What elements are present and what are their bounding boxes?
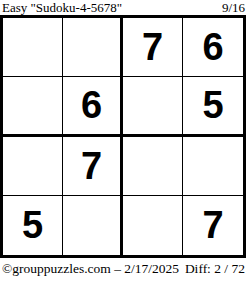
sudoku-cell-r4c2-empty[interactable] xyxy=(63,196,123,255)
sudoku-cell-r2c1-empty[interactable] xyxy=(3,77,63,136)
sudoku-cell-r3c2-given: 7 xyxy=(63,137,123,196)
copyright-text: ©grouppuzzles.com – 2/17/2025 xyxy=(2,262,179,276)
sudoku-cell-r2c4-given: 5 xyxy=(183,77,243,136)
sudoku-cell-r2c3-empty[interactable] xyxy=(123,77,183,136)
sudoku-cell-r3c1-empty[interactable] xyxy=(3,137,63,196)
sudoku-cell-r3c4-empty[interactable] xyxy=(183,137,243,196)
sudoku-board: 7665757 xyxy=(0,15,246,258)
difficulty-text: Diff: 2 / 72 xyxy=(185,262,245,276)
sudoku-cell-r4c1-given: 5 xyxy=(3,196,63,255)
puzzle-header: Easy "Sudoku-4-5678" 9/16 xyxy=(0,0,247,15)
puzzle-footer: ©grouppuzzles.com – 2/17/2025 Diff: 2 / … xyxy=(0,258,247,282)
sudoku-cell-r2c2-given: 6 xyxy=(63,77,123,136)
puzzle-counter: 9/16 xyxy=(222,1,245,14)
puzzle-title: Easy "Sudoku-4-5678" xyxy=(2,1,122,14)
sudoku-cell-r1c4-given: 6 xyxy=(183,18,243,77)
sudoku-cell-r1c3-given: 7 xyxy=(123,18,183,77)
sudoku-cell-r1c1-empty[interactable] xyxy=(3,18,63,77)
sudoku-cell-r1c2-empty[interactable] xyxy=(63,18,123,77)
sudoku-cell-r4c3-empty[interactable] xyxy=(123,196,183,255)
sudoku-cell-r3c3-empty[interactable] xyxy=(123,137,183,196)
sudoku-cell-r4c4-given: 7 xyxy=(183,196,243,255)
puzzle-page: Easy "Sudoku-4-5678" 9/16 7665757 ©group… xyxy=(0,0,247,282)
